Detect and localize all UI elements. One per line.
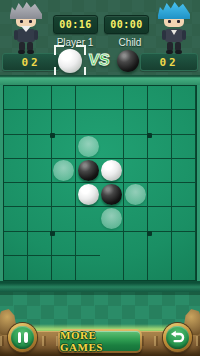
othello-game-screen: 00:16 00:00 Player 1 Child 02 02 VS	[0, 0, 200, 356]
avatar-foot	[166, 50, 173, 54]
board-cell[interactable]	[52, 207, 76, 231]
board-cell[interactable]	[124, 232, 148, 256]
board-cell[interactable]	[76, 232, 100, 256]
board-cell[interactable]	[28, 207, 52, 231]
board-cell[interactable]	[172, 207, 196, 231]
child-name-label: Child	[100, 37, 160, 48]
undo-button-face	[166, 326, 189, 349]
board-cell[interactable]	[52, 86, 76, 110]
board-cell[interactable]	[172, 183, 196, 207]
board-cell[interactable]	[28, 256, 52, 280]
board-cell[interactable]	[100, 207, 124, 231]
board-cell[interactable]	[4, 86, 28, 110]
board-cell[interactable]	[100, 232, 124, 256]
board-grid	[3, 85, 197, 281]
board-cell[interactable]	[4, 135, 28, 159]
undo-button[interactable]	[163, 323, 192, 352]
avatar-arm	[162, 30, 166, 40]
board-cell[interactable]	[172, 135, 196, 159]
pause-button[interactable]	[8, 323, 37, 352]
child-avatar	[154, 2, 194, 56]
board-cell[interactable]	[4, 159, 28, 183]
board-cell[interactable]	[148, 256, 172, 280]
board-cell[interactable]	[52, 135, 76, 159]
board-cell[interactable]	[28, 135, 52, 159]
board-cell[interactable]	[76, 256, 100, 280]
star-point	[147, 231, 152, 236]
player1-avatar	[6, 2, 46, 56]
board-cell[interactable]	[76, 135, 100, 159]
board-cell[interactable]	[148, 183, 172, 207]
avatar-foot	[175, 50, 182, 54]
child-timer: 00:00	[104, 15, 149, 34]
avatar-eye	[168, 20, 171, 23]
board-cell[interactable]	[4, 207, 28, 231]
more-games-button[interactable]: MORE GAMES	[58, 329, 142, 353]
board-frame	[0, 75, 200, 292]
legal-move-hint[interactable]	[101, 208, 122, 229]
avatar-hair	[158, 2, 190, 19]
board-cell[interactable]	[76, 183, 100, 207]
board-cell[interactable]	[172, 86, 196, 110]
board-cell[interactable]	[124, 183, 148, 207]
board-cell[interactable]	[100, 110, 124, 134]
board-cell[interactable]	[4, 256, 28, 280]
black-disc-indicator	[117, 50, 139, 72]
board-cell[interactable]	[28, 183, 52, 207]
avatar-foot	[27, 50, 34, 54]
board-cell[interactable]	[4, 232, 28, 256]
board-cell[interactable]	[52, 110, 76, 134]
avatar-arm	[14, 30, 18, 40]
vs-label: VS	[84, 51, 114, 69]
star-point	[50, 133, 55, 138]
board-cell[interactable]	[124, 159, 148, 183]
board-cell[interactable]	[148, 207, 172, 231]
board-cell[interactable]	[28, 110, 52, 134]
more-games-label: MORE GAMES	[60, 329, 140, 353]
board-cell[interactable]	[172, 159, 196, 183]
board-cell[interactable]	[76, 110, 100, 134]
more-games-button-face: MORE GAMES	[60, 331, 140, 351]
board-cell[interactable]	[172, 232, 196, 256]
board-cell[interactable]	[124, 86, 148, 110]
board-cell[interactable]	[100, 86, 124, 110]
board-cell[interactable]	[148, 86, 172, 110]
bracket-corner	[54, 45, 64, 55]
board-cell[interactable]	[4, 183, 28, 207]
board-cell[interactable]	[124, 135, 148, 159]
board-cell[interactable]	[124, 256, 148, 280]
legal-move-hint[interactable]	[125, 184, 146, 205]
black-disc	[78, 160, 99, 181]
white-disc	[78, 184, 99, 205]
board-cell[interactable]	[100, 256, 124, 280]
board-cell[interactable]	[124, 207, 148, 231]
board-cell[interactable]	[148, 110, 172, 134]
avatar-hair	[10, 2, 42, 19]
turn-indicator-brackets	[54, 45, 86, 77]
avatar-arm	[182, 30, 186, 40]
board-side-rim	[0, 85, 200, 281]
board-cell[interactable]	[52, 159, 76, 183]
black-disc	[101, 184, 122, 205]
avatar-eye	[20, 20, 23, 23]
board-cell[interactable]	[148, 135, 172, 159]
board-top-rim	[0, 75, 200, 85]
board-cell[interactable]	[148, 159, 172, 183]
board-cell[interactable]	[124, 110, 148, 134]
board-cell[interactable]	[76, 86, 100, 110]
board-cell[interactable]	[172, 110, 196, 134]
board-cell[interactable]	[28, 86, 52, 110]
board-cell[interactable]	[52, 183, 76, 207]
board-cell[interactable]	[52, 256, 76, 280]
board-cell[interactable]	[172, 256, 196, 280]
board-bottom-rim	[0, 281, 200, 292]
avatar-eye	[177, 20, 180, 23]
avatar-eye	[29, 20, 32, 23]
legal-move-hint[interactable]	[53, 160, 74, 181]
avatar-foot	[18, 50, 25, 54]
board-cell[interactable]	[28, 232, 52, 256]
board-cell[interactable]	[76, 159, 100, 183]
player1-timer: 00:16	[53, 15, 98, 34]
board-cell[interactable]	[52, 232, 76, 256]
avatar-arm	[34, 30, 38, 40]
board-cell[interactable]	[100, 183, 124, 207]
undo-icon	[169, 330, 186, 345]
legal-move-hint[interactable]	[78, 136, 99, 157]
star-point	[50, 231, 55, 236]
white-disc	[101, 160, 122, 181]
pause-button-face	[11, 326, 34, 349]
board-cell[interactable]	[4, 110, 28, 134]
board-cell[interactable]	[28, 159, 52, 183]
pause-icon	[18, 332, 28, 343]
star-point	[147, 133, 152, 138]
board-cell[interactable]	[100, 135, 124, 159]
board-cell[interactable]	[76, 207, 100, 231]
board-cell[interactable]	[100, 159, 124, 183]
